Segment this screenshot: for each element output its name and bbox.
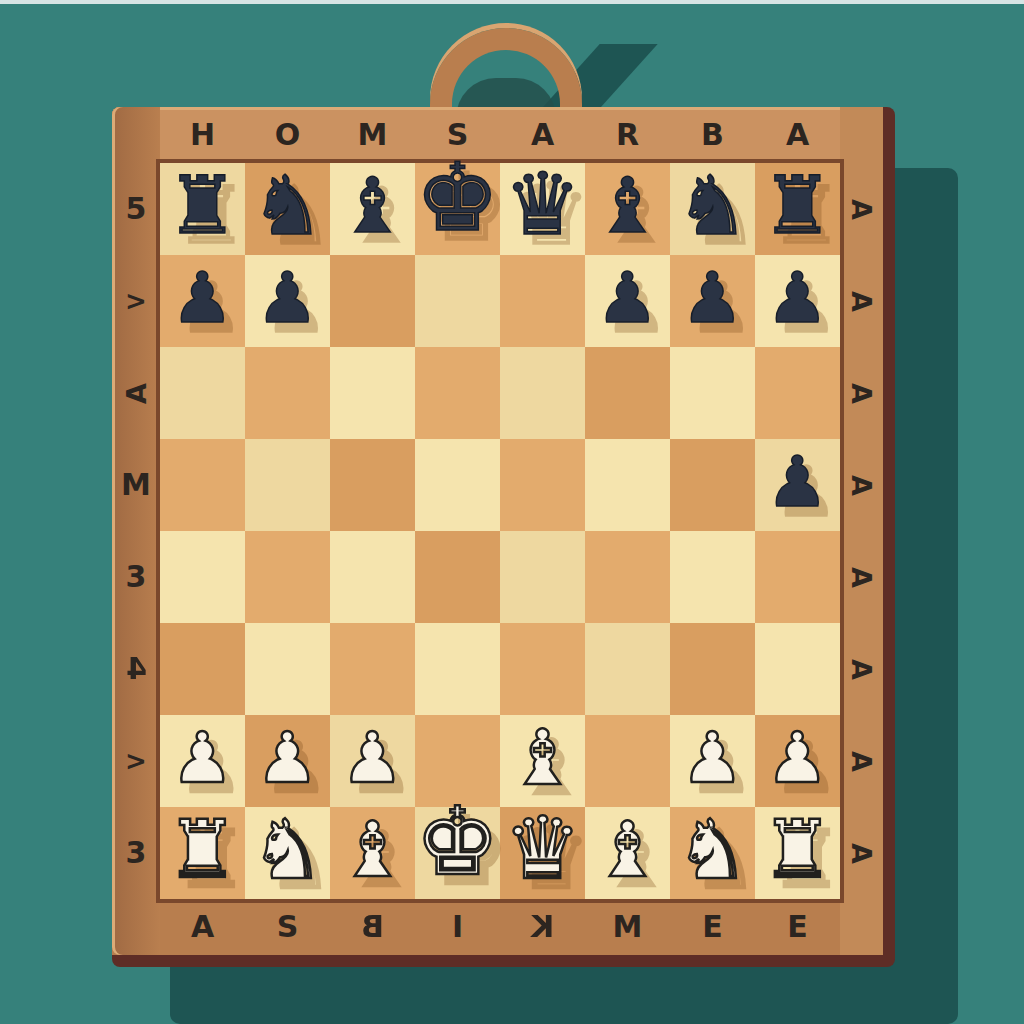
piece-black-rook-a8[interactable]: ♜ <box>167 166 239 246</box>
square-f5[interactable] <box>585 439 670 531</box>
file-label-8: A <box>786 120 809 150</box>
square-h6[interactable] <box>755 347 840 439</box>
rank-label-5: A <box>848 567 875 588</box>
file-label-7: B <box>701 120 724 150</box>
piece-black-pawn-h5[interactable]: ♟ <box>766 447 829 517</box>
square-c5[interactable] <box>330 439 415 531</box>
square-c1[interactable]: ♝ <box>330 807 415 899</box>
square-h4[interactable] <box>755 531 840 623</box>
square-g3[interactable] <box>670 623 755 715</box>
square-f1[interactable]: ♝ <box>585 807 670 899</box>
square-a3[interactable] <box>160 623 245 715</box>
file-label-3: M <box>358 120 388 150</box>
square-h3[interactable] <box>755 623 840 715</box>
rank-label-3: A <box>848 383 875 404</box>
file-label-2: S <box>277 912 299 942</box>
square-b4[interactable] <box>245 531 330 623</box>
file-label-6: R <box>616 120 639 150</box>
rank-label-1: 5 <box>126 194 147 224</box>
square-c3[interactable] <box>330 623 415 715</box>
square-d3[interactable] <box>415 623 500 715</box>
file-label-2: O <box>275 120 301 150</box>
square-b8[interactable]: ♞ <box>245 163 330 255</box>
square-e3[interactable] <box>500 623 585 715</box>
rank-label-8: 3 <box>126 838 147 868</box>
rank-label-3: A <box>123 383 150 404</box>
square-a4[interactable] <box>160 531 245 623</box>
piece-white-knight-g1[interactable]: ♞ <box>676 809 750 891</box>
rank-label-6: 4 <box>126 654 147 684</box>
square-b3[interactable] <box>245 623 330 715</box>
piece-white-bishop-f1[interactable]: ♝ <box>593 812 661 888</box>
square-d6[interactable] <box>415 347 500 439</box>
square-d7[interactable] <box>415 255 500 347</box>
square-h1[interactable]: ♜ <box>755 807 840 899</box>
square-c2[interactable]: ♟ <box>330 715 415 807</box>
piece-black-queen-e8[interactable]: ♛ <box>504 161 581 247</box>
piece-white-pawn-g2[interactable]: ♟ <box>681 723 744 793</box>
file-label-8: E <box>787 912 808 942</box>
piece-white-bishop-c1[interactable]: ♝ <box>338 812 406 888</box>
piece-black-bishop-c8[interactable]: ♝ <box>338 168 406 244</box>
wall-top-edge <box>0 0 1024 4</box>
file-labels-top: HOMSARBA <box>160 107 840 163</box>
rank-labels-right: AAAAAAAA <box>840 163 883 899</box>
square-a1[interactable]: ♜ <box>160 807 245 899</box>
square-g7[interactable]: ♟ <box>670 255 755 347</box>
square-d1[interactable]: ♚ <box>415 807 500 899</box>
piece-black-bishop-f8[interactable]: ♝ <box>593 168 661 244</box>
file-labels-bottom: ASBIKMEE <box>160 899 840 955</box>
square-g5[interactable] <box>670 439 755 531</box>
rank-label-7: A <box>848 751 875 772</box>
square-g2[interactable]: ♟ <box>670 715 755 807</box>
piece-white-rook-h1[interactable]: ♜ <box>762 810 834 890</box>
square-b7[interactable]: ♟ <box>245 255 330 347</box>
piece-white-bishop-e2[interactable]: ♝ <box>508 720 576 796</box>
rank-label-2: A <box>848 291 875 312</box>
square-c4[interactable] <box>330 531 415 623</box>
file-label-5: K <box>531 912 554 942</box>
square-g8[interactable]: ♞ <box>670 163 755 255</box>
piece-black-pawn-g7[interactable]: ♟ <box>681 263 744 333</box>
piece-white-queen-e1[interactable]: ♛ <box>504 805 581 891</box>
piece-white-rook-a1[interactable]: ♜ <box>167 810 239 890</box>
rank-label-5: 3 <box>126 562 147 592</box>
square-g1[interactable]: ♞ <box>670 807 755 899</box>
square-c8[interactable]: ♝ <box>330 163 415 255</box>
piece-white-knight-b1[interactable]: ♞ <box>251 809 325 891</box>
square-a7[interactable]: ♟ <box>160 255 245 347</box>
chess-board: HOMSARBA ASBIKMEE 5>AM34>3 AAAAAAAA ♜♞♝♚… <box>112 107 895 967</box>
square-f2[interactable] <box>585 715 670 807</box>
file-label-4: I <box>452 912 463 942</box>
square-h5[interactable]: ♟ <box>755 439 840 531</box>
square-f7[interactable]: ♟ <box>585 255 670 347</box>
square-e5[interactable] <box>500 439 585 531</box>
square-f8[interactable]: ♝ <box>585 163 670 255</box>
square-g4[interactable] <box>670 531 755 623</box>
piece-white-king-d1[interactable]: ♚ <box>415 795 499 889</box>
square-e6[interactable] <box>500 347 585 439</box>
square-e4[interactable] <box>500 531 585 623</box>
square-b2[interactable]: ♟ <box>245 715 330 807</box>
piece-black-rook-h8[interactable]: ♜ <box>762 166 834 246</box>
square-a5[interactable] <box>160 439 245 531</box>
piece-white-pawn-h2[interactable]: ♟ <box>766 723 829 793</box>
square-b1[interactable]: ♞ <box>245 807 330 899</box>
piece-black-pawn-h7[interactable]: ♟ <box>766 263 829 333</box>
rank-label-2: > <box>125 288 147 314</box>
square-h2[interactable]: ♟ <box>755 715 840 807</box>
square-b5[interactable] <box>245 439 330 531</box>
rank-label-7: > <box>125 748 147 774</box>
square-e1[interactable]: ♛ <box>500 807 585 899</box>
square-f6[interactable] <box>585 347 670 439</box>
square-h8[interactable]: ♜ <box>755 163 840 255</box>
square-a8[interactable]: ♜ <box>160 163 245 255</box>
piece-black-knight-g8[interactable]: ♞ <box>676 165 750 247</box>
squares-grid: ♜♞♝♚♛♝♞♜♟♟♟♟♟♟♟♟♟♝♟♟♜♞♝♚♛♝♞♜ <box>160 163 840 899</box>
piece-white-pawn-b2[interactable]: ♟ <box>256 723 319 793</box>
square-h7[interactable]: ♟ <box>755 255 840 347</box>
square-g6[interactable] <box>670 347 755 439</box>
square-d8[interactable]: ♚ <box>415 163 500 255</box>
rank-label-8: A <box>848 843 875 864</box>
square-c6[interactable] <box>330 347 415 439</box>
rank-label-6: A <box>848 659 875 680</box>
piece-black-pawn-b7[interactable]: ♟ <box>256 263 319 333</box>
rank-labels-left: 5>AM34>3 <box>112 163 160 899</box>
rank-label-1: A <box>848 199 875 220</box>
file-label-1: H <box>190 120 215 150</box>
square-d4[interactable] <box>415 531 500 623</box>
piece-white-pawn-c2[interactable]: ♟ <box>341 723 404 793</box>
square-a6[interactable] <box>160 347 245 439</box>
square-e2[interactable]: ♝ <box>500 715 585 807</box>
file-label-6: M <box>613 912 643 942</box>
piece-black-pawn-f7[interactable]: ♟ <box>596 263 659 333</box>
file-label-5: A <box>531 120 554 150</box>
file-label-7: E <box>702 912 723 942</box>
piece-black-king-d8[interactable]: ♚ <box>415 151 499 245</box>
square-a2[interactable]: ♟ <box>160 715 245 807</box>
piece-black-knight-b8[interactable]: ♞ <box>251 165 325 247</box>
square-f4[interactable] <box>585 531 670 623</box>
file-label-1: A <box>191 912 214 942</box>
square-d5[interactable] <box>415 439 500 531</box>
piece-white-pawn-a2[interactable]: ♟ <box>171 723 234 793</box>
rank-label-4: A <box>848 475 875 496</box>
square-f3[interactable] <box>585 623 670 715</box>
file-label-3: B <box>361 912 384 942</box>
square-e8[interactable]: ♛ <box>500 163 585 255</box>
piece-black-pawn-a7[interactable]: ♟ <box>171 263 234 333</box>
square-c7[interactable] <box>330 255 415 347</box>
square-b6[interactable] <box>245 347 330 439</box>
rank-label-4: M <box>121 470 151 500</box>
square-e7[interactable] <box>500 255 585 347</box>
